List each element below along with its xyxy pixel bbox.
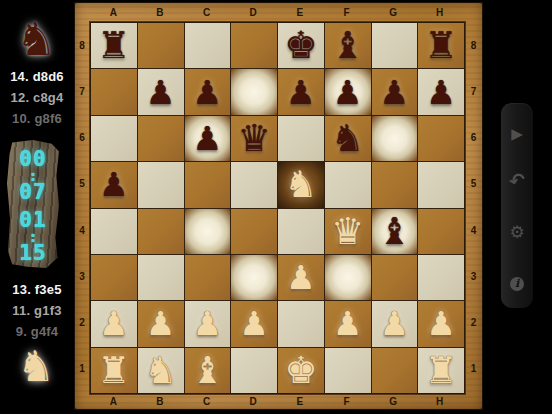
square-b8[interactable] [138, 23, 184, 68]
play-icon[interactable]: ▶ [501, 125, 533, 143]
square-c7[interactable]: ♟ [185, 69, 231, 114]
square-c2[interactable]: ♟ [185, 301, 231, 346]
rank-label-3: 3 [74, 253, 90, 299]
rank-label-7: 7 [74, 68, 90, 114]
square-d7[interactable] [231, 69, 277, 114]
file-label-b: B [137, 396, 184, 408]
square-d1[interactable] [231, 348, 277, 393]
square-c4[interactable] [185, 209, 231, 254]
square-b7[interactable]: ♟ [138, 69, 184, 114]
square-a6[interactable] [91, 116, 137, 161]
square-g3[interactable] [372, 255, 418, 300]
white-queen: ♛ [331, 213, 364, 250]
square-e3[interactable]: ♟ [278, 255, 324, 300]
square-e5[interactable]: ♞ [278, 162, 324, 207]
square-g2[interactable]: ♟ [372, 301, 418, 346]
move-entry: 10. g8f6 [0, 108, 74, 129]
file-label-h: H [416, 396, 463, 408]
file-label-e: E [277, 7, 324, 19]
move-entry: 11. g1f3 [0, 300, 74, 321]
black-king: ♚ [284, 27, 317, 64]
square-h3[interactable] [418, 255, 464, 300]
square-f1[interactable] [325, 348, 371, 393]
info-icon[interactable]: i [501, 272, 533, 291]
square-c6[interactable]: ♟ [185, 116, 231, 161]
square-c3[interactable] [185, 255, 231, 300]
square-e6[interactable] [278, 116, 324, 161]
black-knight: ♞ [331, 120, 364, 157]
info-icon-glyph: i [510, 277, 524, 291]
square-b5[interactable] [138, 162, 184, 207]
square-c1[interactable]: ♝ [185, 348, 231, 393]
file-label-a: A [90, 7, 137, 19]
rank-label-5: 5 [464, 161, 483, 207]
square-b2[interactable]: ♟ [138, 301, 184, 346]
black-move-list: 14. d8d612. c8g410. g8f6 [0, 66, 74, 129]
rank-label-2: 2 [74, 300, 90, 346]
black-pawn: ♟ [380, 76, 410, 109]
black-pawn: ♟ [146, 76, 176, 109]
square-g1[interactable] [372, 348, 418, 393]
square-e2[interactable] [278, 301, 324, 346]
square-a5[interactable]: ♟ [91, 162, 137, 207]
black-pawn: ♟ [99, 168, 129, 201]
white-pawn: ♟ [380, 307, 410, 340]
square-a8[interactable]: ♜ [91, 23, 137, 68]
square-f8[interactable]: ♝ [325, 23, 371, 68]
file-label-e: E [277, 396, 324, 408]
control-panel: ▶ ↶ ⚙ i [501, 103, 533, 308]
rank-labels-right: 87654321 [464, 22, 483, 392]
square-b4[interactable] [138, 209, 184, 254]
move-entry: 13. f3e5 [0, 279, 74, 300]
black-bishop: ♝ [378, 213, 411, 250]
rank-label-7: 7 [464, 68, 483, 114]
file-labels-top: ABCDEFGH [90, 7, 463, 19]
rank-label-2: 2 [464, 300, 483, 346]
black-pawn: ♟ [286, 76, 316, 109]
file-label-g: G [370, 7, 417, 19]
white-knight: ♞ [284, 166, 317, 203]
square-c8[interactable] [185, 23, 231, 68]
black-pawn: ♟ [193, 76, 223, 109]
square-d5[interactable] [231, 162, 277, 207]
black-pawn: ♟ [193, 122, 223, 155]
chess-board: ♜♚♝♜♟♟♟♟♟♟♟♛♞♟♞♛♝♟♟♟♟♟♟♟♟♜♞♝♚♜ [90, 22, 465, 394]
square-d4[interactable] [231, 209, 277, 254]
square-g5[interactable] [372, 162, 418, 207]
square-c5[interactable] [185, 162, 231, 207]
file-label-f: F [323, 396, 370, 408]
chess-board-frame: ABCDEFGH ABCDEFGH 87654321 87654321 ♜♚♝♜… [74, 2, 483, 410]
black-pawn: ♟ [426, 76, 456, 109]
square-b1[interactable]: ♞ [138, 348, 184, 393]
square-g7[interactable]: ♟ [372, 69, 418, 114]
square-b6[interactable] [138, 116, 184, 161]
square-b3[interactable] [138, 255, 184, 300]
square-d3[interactable] [231, 255, 277, 300]
move-entry: 14. d8d6 [0, 66, 74, 87]
square-a2[interactable]: ♟ [91, 301, 137, 346]
file-label-c: C [183, 7, 230, 19]
black-time: 00:07 [7, 149, 59, 203]
white-pawn: ♟ [286, 261, 316, 294]
rank-label-4: 4 [464, 207, 483, 253]
file-label-d: D [230, 7, 277, 19]
white-time: 01:15 [7, 210, 59, 264]
undo-icon[interactable]: ↶ [499, 166, 535, 194]
square-h8[interactable]: ♜ [418, 23, 464, 68]
square-h1[interactable]: ♜ [418, 348, 464, 393]
square-d6[interactable]: ♛ [231, 116, 277, 161]
square-a7[interactable] [91, 69, 137, 114]
square-f2[interactable]: ♟ [325, 301, 371, 346]
file-label-b: B [137, 7, 184, 19]
rank-label-6: 6 [74, 115, 90, 161]
white-rook: ♜ [97, 352, 130, 389]
square-g8[interactable] [372, 23, 418, 68]
square-e4[interactable] [278, 209, 324, 254]
file-label-d: D [230, 396, 277, 408]
square-h6[interactable] [418, 116, 464, 161]
left-sidebar: ♞ 14. d8d612. c8g410. g8f6 00:0701:15 13… [0, 0, 74, 414]
rank-labels-left: 87654321 [74, 22, 90, 392]
square-d2[interactable]: ♟ [231, 301, 277, 346]
rank-label-8: 8 [464, 22, 483, 68]
file-label-c: C [183, 396, 230, 408]
file-labels-bottom: ABCDEFGH [90, 396, 463, 408]
white-pawn: ♟ [193, 307, 223, 340]
square-f6[interactable]: ♞ [325, 116, 371, 161]
white-bishop: ♝ [191, 352, 224, 389]
square-e7[interactable]: ♟ [278, 69, 324, 114]
white-pawn: ♟ [333, 307, 363, 340]
rank-label-1: 1 [464, 346, 483, 392]
white-pawn: ♟ [426, 307, 456, 340]
file-label-f: F [323, 7, 370, 19]
square-f5[interactable] [325, 162, 371, 207]
white-move-list: 13. f3e511. g1f39. g4f4 [0, 279, 74, 342]
black-queen: ♛ [238, 120, 271, 157]
square-g6[interactable] [372, 116, 418, 161]
white-rook: ♜ [425, 352, 458, 389]
square-h5[interactable] [418, 162, 464, 207]
rank-label-3: 3 [464, 253, 483, 299]
black-knight-icon: ♞ [8, 10, 64, 68]
chess-app: ♞ 14. d8d612. c8g410. g8f6 00:0701:15 13… [0, 0, 552, 414]
square-h2[interactable]: ♟ [418, 301, 464, 346]
square-e1[interactable]: ♚ [278, 348, 324, 393]
square-f4[interactable]: ♛ [325, 209, 371, 254]
file-label-a: A [90, 396, 137, 408]
white-pawn: ♟ [146, 307, 176, 340]
rank-label-8: 8 [74, 22, 90, 68]
black-pawn: ♟ [333, 76, 363, 109]
white-pawn: ♟ [239, 307, 269, 340]
square-a4[interactable] [91, 209, 137, 254]
square-a1[interactable]: ♜ [91, 348, 137, 393]
black-rook: ♜ [425, 27, 458, 64]
move-entry: 12. c8g4 [0, 87, 74, 108]
black-rook: ♜ [97, 27, 130, 64]
game-clock: 00:0701:15 [7, 140, 59, 268]
file-label-g: G [370, 396, 417, 408]
square-g4[interactable]: ♝ [372, 209, 418, 254]
white-king: ♚ [284, 352, 317, 389]
white-pawn: ♟ [99, 307, 129, 340]
white-knight: ♞ [144, 352, 177, 389]
rank-label-6: 6 [464, 115, 483, 161]
square-d8[interactable] [231, 23, 277, 68]
square-h4[interactable] [418, 209, 464, 254]
white-knight-icon: ♞ [8, 340, 64, 394]
square-e8[interactable]: ♚ [278, 23, 324, 68]
rank-label-1: 1 [74, 346, 90, 392]
rank-label-4: 4 [74, 207, 90, 253]
square-h7[interactable]: ♟ [418, 69, 464, 114]
rank-label-5: 5 [74, 161, 90, 207]
square-f7[interactable]: ♟ [325, 69, 371, 114]
move-entry: 9. g4f4 [0, 321, 74, 342]
black-bishop: ♝ [331, 27, 364, 64]
file-label-h: H [416, 7, 463, 19]
square-f3[interactable] [325, 255, 371, 300]
gear-icon[interactable]: ⚙ [501, 222, 533, 242]
square-a3[interactable] [91, 255, 137, 300]
